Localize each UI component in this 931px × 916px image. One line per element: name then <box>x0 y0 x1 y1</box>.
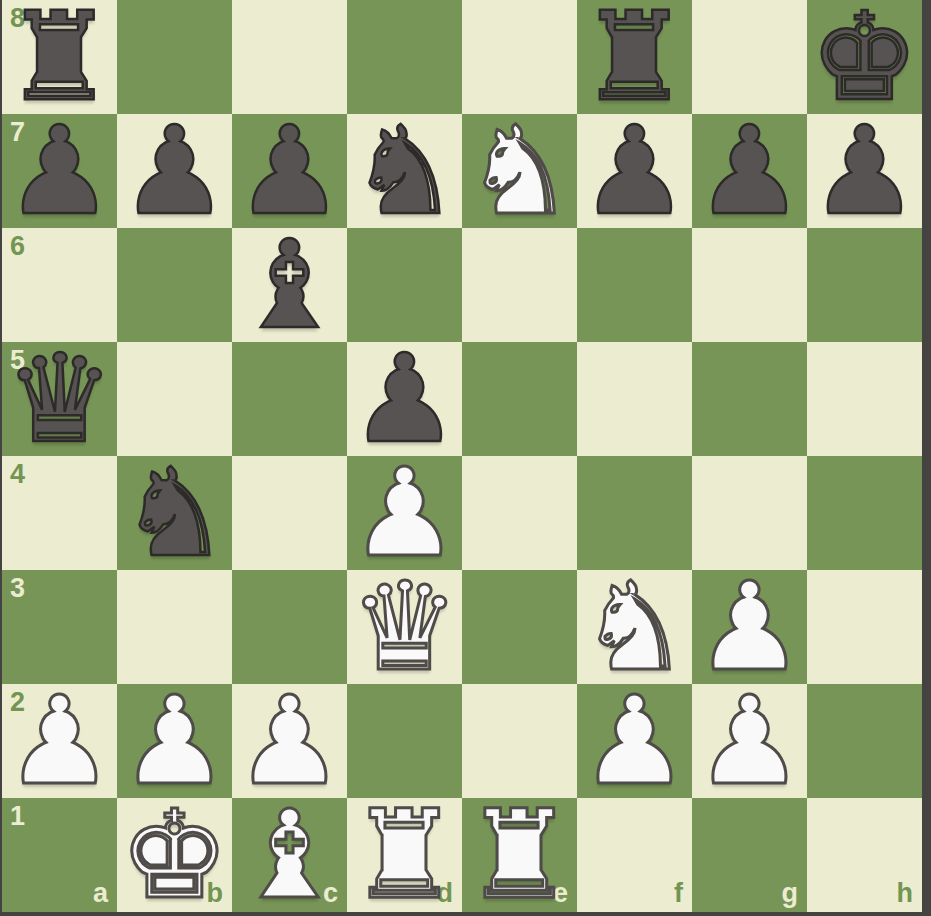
square-c1[interactable]: c♝ <box>232 798 347 912</box>
square-g7[interactable]: ♟ <box>692 114 807 228</box>
square-b8[interactable] <box>117 0 232 114</box>
file-label-f: f <box>674 880 683 907</box>
piece-black-bishop[interactable]: ♝ <box>232 228 347 342</box>
square-c4[interactable] <box>232 456 347 570</box>
square-f5[interactable] <box>577 342 692 456</box>
piece-white-pawn[interactable]: ♟ <box>692 570 807 684</box>
piece-black-knight[interactable]: ♞ <box>347 114 462 228</box>
rank-label-4: 4 <box>10 461 25 488</box>
square-b5[interactable] <box>117 342 232 456</box>
file-label-h: h <box>897 880 914 907</box>
square-a5[interactable]: 5♛ <box>2 342 117 456</box>
square-d2[interactable] <box>347 684 462 798</box>
square-c5[interactable] <box>232 342 347 456</box>
file-label-g: g <box>782 880 799 907</box>
square-g1[interactable]: g <box>692 798 807 912</box>
square-f8[interactable]: ♜ <box>577 0 692 114</box>
piece-white-pawn[interactable]: ♟ <box>347 456 462 570</box>
rank-label-6: 6 <box>10 233 25 260</box>
file-label-a: a <box>93 880 108 907</box>
square-g2[interactable]: ♟ <box>692 684 807 798</box>
piece-white-rook[interactable]: ♜ <box>462 798 577 912</box>
square-d4[interactable]: ♟ <box>347 456 462 570</box>
square-d6[interactable] <box>347 228 462 342</box>
square-f4[interactable] <box>577 456 692 570</box>
piece-white-pawn[interactable]: ♟ <box>577 684 692 798</box>
square-e3[interactable] <box>462 570 577 684</box>
piece-black-knight[interactable]: ♞ <box>117 456 232 570</box>
piece-black-pawn[interactable]: ♟ <box>347 342 462 456</box>
square-b1[interactable]: b♚ <box>117 798 232 912</box>
piece-black-pawn[interactable]: ♟ <box>577 114 692 228</box>
square-a7[interactable]: 7♟ <box>2 114 117 228</box>
square-e8[interactable] <box>462 0 577 114</box>
square-f2[interactable]: ♟ <box>577 684 692 798</box>
square-e5[interactable] <box>462 342 577 456</box>
square-a8[interactable]: 8♜ <box>2 0 117 114</box>
square-c7[interactable]: ♟ <box>232 114 347 228</box>
square-h8[interactable]: ♚ <box>807 0 922 114</box>
piece-black-pawn[interactable]: ♟ <box>807 114 922 228</box>
square-d1[interactable]: d♜ <box>347 798 462 912</box>
square-e7[interactable]: ♞ <box>462 114 577 228</box>
square-g5[interactable] <box>692 342 807 456</box>
rank-label-1: 1 <box>10 803 25 830</box>
square-g8[interactable] <box>692 0 807 114</box>
square-g3[interactable]: ♟ <box>692 570 807 684</box>
piece-white-pawn[interactable]: ♟ <box>117 684 232 798</box>
square-h2[interactable] <box>807 684 922 798</box>
square-b3[interactable] <box>117 570 232 684</box>
piece-white-pawn[interactable]: ♟ <box>692 684 807 798</box>
piece-white-knight[interactable]: ♞ <box>577 570 692 684</box>
square-g4[interactable] <box>692 456 807 570</box>
square-h4[interactable] <box>807 456 922 570</box>
square-d5[interactable]: ♟ <box>347 342 462 456</box>
square-a6[interactable]: 6 <box>2 228 117 342</box>
square-f1[interactable]: f <box>577 798 692 912</box>
square-h6[interactable] <box>807 228 922 342</box>
piece-black-king[interactable]: ♚ <box>807 0 922 114</box>
square-b2[interactable]: ♟ <box>117 684 232 798</box>
square-d7[interactable]: ♞ <box>347 114 462 228</box>
square-f3[interactable]: ♞ <box>577 570 692 684</box>
piece-black-pawn[interactable]: ♟ <box>2 114 117 228</box>
square-c2[interactable]: ♟ <box>232 684 347 798</box>
square-b6[interactable] <box>117 228 232 342</box>
square-b4[interactable]: ♞ <box>117 456 232 570</box>
square-h1[interactable]: h <box>807 798 922 912</box>
piece-black-rook[interactable]: ♜ <box>2 0 117 114</box>
square-e2[interactable] <box>462 684 577 798</box>
piece-white-rook[interactable]: ♜ <box>347 798 462 912</box>
square-c8[interactable] <box>232 0 347 114</box>
square-h7[interactable]: ♟ <box>807 114 922 228</box>
square-c3[interactable] <box>232 570 347 684</box>
piece-black-pawn[interactable]: ♟ <box>117 114 232 228</box>
square-e1[interactable]: e♜ <box>462 798 577 912</box>
square-h5[interactable] <box>807 342 922 456</box>
piece-white-queen[interactable]: ♛ <box>347 570 462 684</box>
piece-white-king[interactable]: ♚ <box>117 798 232 912</box>
square-f7[interactable]: ♟ <box>577 114 692 228</box>
square-e6[interactable] <box>462 228 577 342</box>
square-e4[interactable] <box>462 456 577 570</box>
square-a2[interactable]: 2♟ <box>2 684 117 798</box>
rank-label-3: 3 <box>10 575 25 602</box>
square-f6[interactable] <box>577 228 692 342</box>
piece-black-rook[interactable]: ♜ <box>577 0 692 114</box>
piece-black-pawn[interactable]: ♟ <box>692 114 807 228</box>
piece-white-bishop[interactable]: ♝ <box>232 798 347 912</box>
square-h3[interactable] <box>807 570 922 684</box>
chess-board: 8♜♜♚7♟♟♟♞♞♟♟♟6♝5♛♟4♞♟3♛♞♟2♟♟♟♟♟1ab♚c♝d♜e… <box>2 0 922 912</box>
square-a4[interactable]: 4 <box>2 456 117 570</box>
square-a1[interactable]: 1a <box>2 798 117 912</box>
square-a3[interactable]: 3 <box>2 570 117 684</box>
square-d3[interactable]: ♛ <box>347 570 462 684</box>
piece-white-knight[interactable]: ♞ <box>462 114 577 228</box>
piece-white-pawn[interactable]: ♟ <box>232 684 347 798</box>
square-d8[interactable] <box>347 0 462 114</box>
square-c6[interactable]: ♝ <box>232 228 347 342</box>
square-b7[interactable]: ♟ <box>117 114 232 228</box>
square-g6[interactable] <box>692 228 807 342</box>
piece-black-pawn[interactable]: ♟ <box>232 114 347 228</box>
piece-white-pawn[interactable]: ♟ <box>2 684 117 798</box>
piece-black-queen[interactable]: ♛ <box>2 342 117 456</box>
